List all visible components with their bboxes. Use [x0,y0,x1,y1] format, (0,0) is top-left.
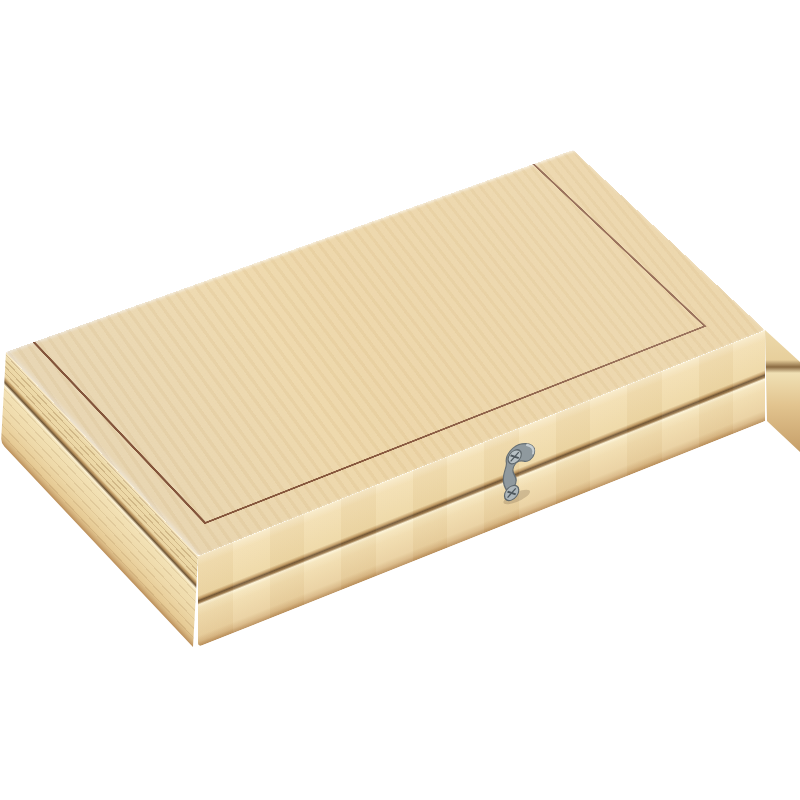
clasp-hook-icon [496,433,541,513]
clasp [496,433,541,513]
box-right-side [765,330,800,455]
chess-box-photo [0,0,800,800]
